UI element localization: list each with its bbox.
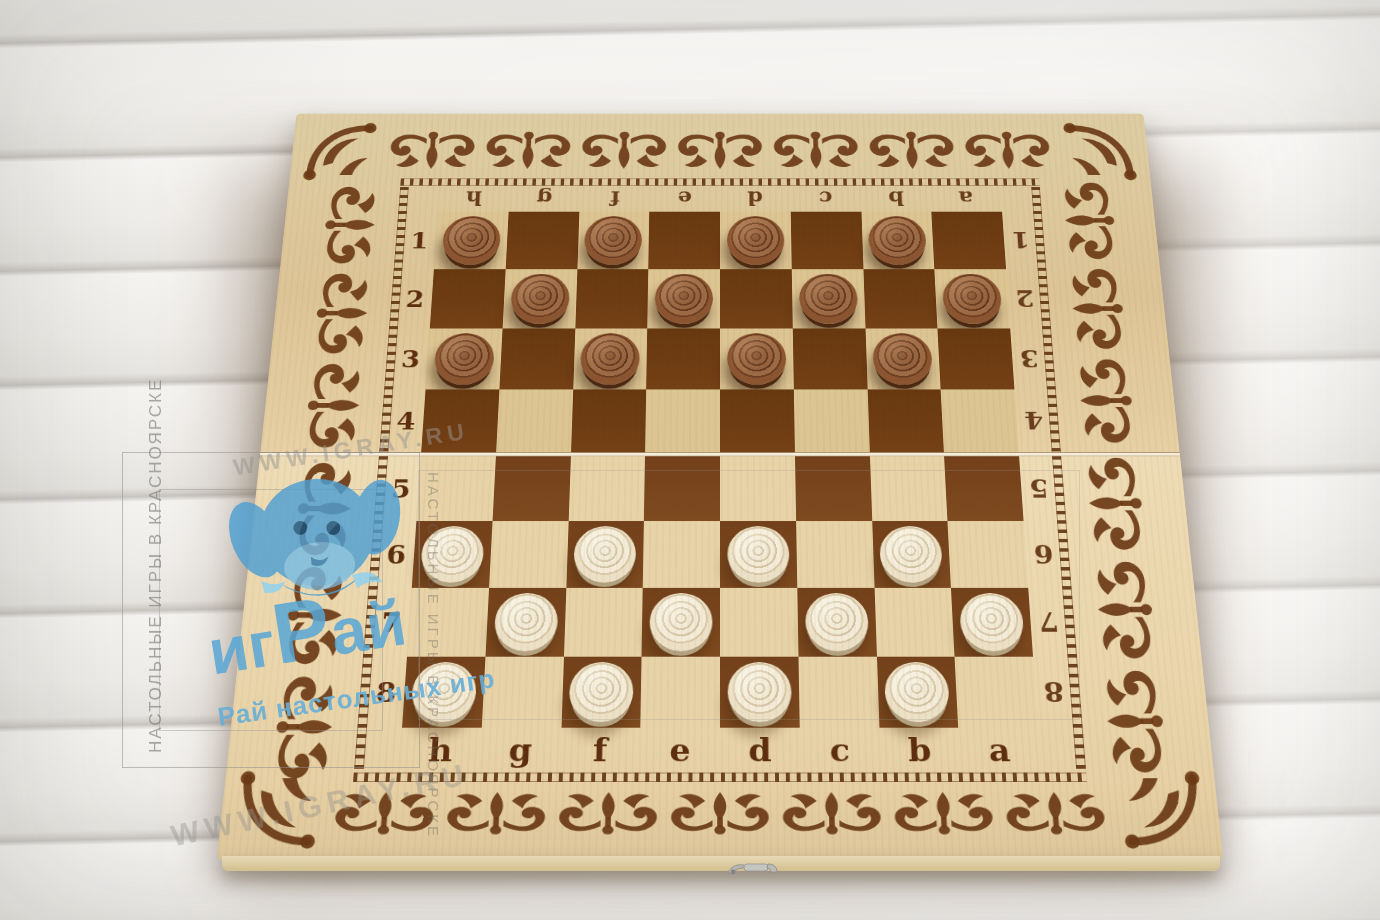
ornament-band-top <box>383 121 1058 173</box>
light-checker-e7[interactable] <box>649 593 712 651</box>
photo-scene: hgfedcba 1234 1234 hgfedcba 5678 5678 <box>0 0 1380 920</box>
rank-label-4: 4 <box>1016 389 1051 452</box>
rank-label-1: 1 <box>1004 212 1038 270</box>
dotted-frame-bottom <box>353 773 1087 782</box>
square-f4[interactable] <box>571 389 647 452</box>
corner-scroll-icon <box>227 766 326 854</box>
square-f5[interactable] <box>568 456 645 521</box>
square-g2[interactable] <box>502 269 577 328</box>
square-d6[interactable] <box>720 521 797 588</box>
light-checker-g7[interactable] <box>493 593 558 651</box>
square-h1[interactable] <box>434 212 509 270</box>
folding-game-board: hgfedcba 1234 1234 hgfedcba 5678 5678 <box>217 114 1223 858</box>
square-f2[interactable] <box>575 269 649 328</box>
light-checker-h8[interactable] <box>410 662 477 722</box>
square-a6[interactable] <box>948 521 1029 588</box>
ornament-band-bottom <box>326 788 1114 848</box>
light-checker-f8[interactable] <box>569 662 634 722</box>
file-label-f: f <box>559 728 640 773</box>
dark-checker-f1[interactable] <box>584 216 643 265</box>
rank-label-3: 3 <box>1012 328 1047 389</box>
rank-label-8: 8 <box>1035 657 1073 728</box>
square-f3[interactable] <box>573 328 648 389</box>
square-b1[interactable] <box>861 212 935 270</box>
square-a4[interactable] <box>941 389 1019 452</box>
square-d4[interactable] <box>720 389 795 452</box>
square-g3[interactable] <box>499 328 575 389</box>
square-d8[interactable] <box>720 657 799 728</box>
square-h4[interactable] <box>421 389 499 452</box>
light-checker-c7[interactable] <box>805 593 869 651</box>
square-c7[interactable] <box>797 588 876 657</box>
square-a7[interactable] <box>951 588 1033 657</box>
file-label-e: e <box>640 728 720 773</box>
corner-scroll-icon <box>1058 119 1142 184</box>
square-a8[interactable] <box>955 657 1038 728</box>
square-h5[interactable] <box>416 456 495 521</box>
rank-label-8: 8 <box>367 657 405 728</box>
square-g6[interactable] <box>489 521 568 588</box>
board-bottom-leaf: hgfedcba 5678 5678 <box>217 456 1223 860</box>
rank-label-3: 3 <box>393 328 428 389</box>
file-label-b: b <box>860 184 931 211</box>
board-side-edge <box>222 856 1220 871</box>
square-e4[interactable] <box>645 389 720 452</box>
rank-label-5: 5 <box>1021 456 1057 521</box>
rank-label-2: 2 <box>398 269 432 328</box>
square-h7[interactable] <box>407 588 489 657</box>
file-label-h: h <box>438 184 510 211</box>
dark-checker-b1[interactable] <box>868 216 927 265</box>
square-e1[interactable] <box>648 212 720 270</box>
file-label-g: g <box>479 728 561 773</box>
square-d5[interactable] <box>720 456 796 521</box>
dark-checker-d1[interactable] <box>727 216 785 265</box>
square-g1[interactable] <box>505 212 579 270</box>
file-label-c: c <box>790 184 861 211</box>
file-label-g: g <box>508 184 579 211</box>
square-h2[interactable] <box>430 269 506 328</box>
dark-checker-b3[interactable] <box>872 333 933 385</box>
file-labels-top: hgfedcba <box>438 184 1002 211</box>
square-h6[interactable] <box>412 521 493 588</box>
dark-checker-a2[interactable] <box>942 274 1003 324</box>
ornament-band-left <box>274 181 384 449</box>
dark-checker-g2[interactable] <box>510 274 570 324</box>
board-grid-ranks-5-8 <box>402 456 1038 727</box>
square-b4[interactable] <box>867 389 944 452</box>
square-b3[interactable] <box>865 328 941 389</box>
square-e7[interactable] <box>642 588 720 657</box>
square-c8[interactable] <box>798 657 879 728</box>
square-d7[interactable] <box>720 588 798 657</box>
square-h8[interactable] <box>402 657 485 728</box>
square-d1[interactable] <box>720 212 792 270</box>
square-e3[interactable] <box>646 328 720 389</box>
square-d2[interactable] <box>720 269 793 328</box>
square-b6[interactable] <box>872 521 951 588</box>
rank-label-6: 6 <box>1025 521 1062 588</box>
light-checker-d8[interactable] <box>728 662 792 722</box>
dark-checker-c2[interactable] <box>798 274 857 324</box>
dark-checker-h3[interactable] <box>433 333 495 385</box>
rank-label-1: 1 <box>402 212 436 270</box>
square-b7[interactable] <box>874 588 955 657</box>
light-checker-a7[interactable] <box>959 593 1025 651</box>
rank-label-2: 2 <box>1008 269 1042 328</box>
file-labels-bottom: hgfedcba <box>399 728 1041 773</box>
dark-checker-f3[interactable] <box>580 333 640 385</box>
file-label-b: b <box>879 728 961 773</box>
square-f7[interactable] <box>563 588 642 657</box>
rank-label-7: 7 <box>1030 588 1067 657</box>
file-label-e: e <box>649 184 720 211</box>
square-a1[interactable] <box>932 212 1007 270</box>
file-label-f: f <box>579 184 650 211</box>
square-a3[interactable] <box>938 328 1015 389</box>
light-checker-h6[interactable] <box>420 526 485 582</box>
file-label-a: a <box>958 728 1041 773</box>
square-a2[interactable] <box>935 269 1011 328</box>
square-f8[interactable] <box>561 657 642 728</box>
file-label-d: d <box>720 728 800 773</box>
rank-label-7: 7 <box>373 588 410 657</box>
square-f1[interactable] <box>577 212 650 270</box>
corner-scroll-icon <box>1113 766 1212 854</box>
board-grid-ranks-1-4 <box>421 212 1019 453</box>
file-label-a: a <box>930 184 1002 211</box>
file-label-c: c <box>799 728 880 773</box>
board-top-leaf: hgfedcba 1234 1234 <box>260 114 1179 453</box>
square-c2[interactable] <box>792 269 866 328</box>
square-g8[interactable] <box>482 657 564 728</box>
square-e8[interactable] <box>641 657 720 728</box>
square-b5[interactable] <box>870 456 948 521</box>
square-a5[interactable] <box>944 456 1023 521</box>
dark-checker-d3[interactable] <box>727 333 786 385</box>
ornament-band-left <box>239 456 360 780</box>
ornament-band-right <box>1079 456 1200 780</box>
light-checker-b8[interactable] <box>884 662 950 722</box>
square-e5[interactable] <box>644 456 720 521</box>
corner-scroll-icon <box>298 119 382 184</box>
rank-label-6: 6 <box>378 521 415 588</box>
square-c1[interactable] <box>791 212 864 270</box>
square-c3[interactable] <box>793 328 868 389</box>
file-label-d: d <box>720 184 791 211</box>
square-e2[interactable] <box>647 269 720 328</box>
file-label-h: h <box>399 728 482 773</box>
square-f6[interactable] <box>566 521 644 588</box>
square-c5[interactable] <box>795 456 872 521</box>
rank-label-4: 4 <box>388 389 423 452</box>
square-c4[interactable] <box>794 389 870 452</box>
ornament-band-right <box>1056 181 1166 449</box>
dark-checker-h1[interactable] <box>441 216 501 265</box>
square-b2[interactable] <box>863 269 938 328</box>
rank-label-5: 5 <box>383 456 419 521</box>
square-g7[interactable] <box>485 588 566 657</box>
light-checker-b6[interactable] <box>879 526 943 582</box>
light-checker-f6[interactable] <box>573 526 636 582</box>
square-g5[interactable] <box>492 456 570 521</box>
square-c6[interactable] <box>796 521 874 588</box>
light-checker-d6[interactable] <box>727 526 789 582</box>
square-d3[interactable] <box>720 328 794 389</box>
square-h3[interactable] <box>426 328 503 389</box>
square-b8[interactable] <box>877 657 959 728</box>
square-g4[interactable] <box>496 389 573 452</box>
square-e6[interactable] <box>643 521 720 588</box>
dark-checker-e2[interactable] <box>655 274 714 324</box>
metal-clasp-icon[interactable] <box>724 857 788 879</box>
